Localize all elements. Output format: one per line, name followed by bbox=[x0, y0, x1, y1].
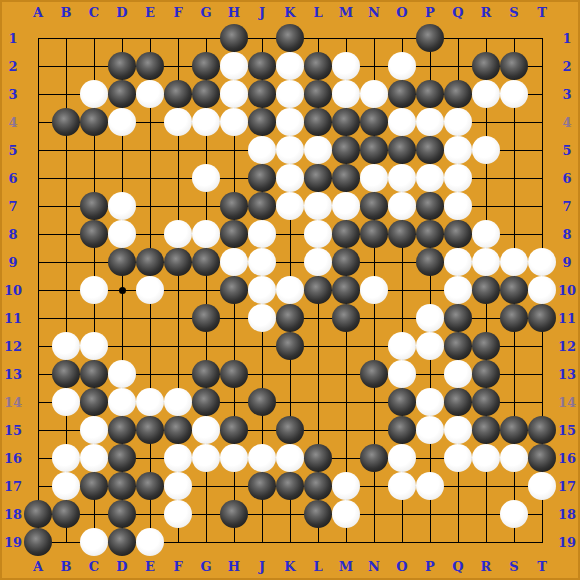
black-stone-Q8 bbox=[444, 220, 472, 248]
white-stone-O12 bbox=[388, 332, 416, 360]
row-label-left-19: 19 bbox=[4, 536, 22, 549]
row-label-right-8: 8 bbox=[562, 228, 571, 241]
col-label-top-A: A bbox=[33, 6, 43, 19]
white-stone-T9 bbox=[528, 248, 556, 276]
row-label-left-9: 9 bbox=[8, 256, 17, 269]
black-stone-O3 bbox=[388, 80, 416, 108]
col-label-bottom-M: M bbox=[339, 560, 353, 573]
white-stone-O6 bbox=[388, 164, 416, 192]
white-stone-B17 bbox=[52, 472, 80, 500]
black-stone-O5 bbox=[388, 136, 416, 164]
black-stone-F9 bbox=[164, 248, 192, 276]
white-stone-D8 bbox=[108, 220, 136, 248]
white-stone-P15 bbox=[416, 416, 444, 444]
col-label-top-F: F bbox=[173, 6, 182, 19]
col-label-top-B: B bbox=[61, 6, 72, 19]
white-stone-R16 bbox=[472, 444, 500, 472]
col-label-top-Q: Q bbox=[452, 6, 463, 19]
black-stone-Q11 bbox=[444, 304, 472, 332]
white-stone-O2 bbox=[388, 52, 416, 80]
white-stone-F18 bbox=[164, 500, 192, 528]
white-stone-P17 bbox=[416, 472, 444, 500]
col-label-bottom-C: C bbox=[89, 560, 99, 573]
white-stone-D13 bbox=[108, 360, 136, 388]
col-label-top-D: D bbox=[116, 6, 127, 19]
black-stone-E2 bbox=[136, 52, 164, 80]
black-stone-P1 bbox=[416, 24, 444, 52]
white-stone-M3 bbox=[332, 80, 360, 108]
row-label-left-3: 3 bbox=[8, 88, 17, 101]
black-stone-K15 bbox=[276, 416, 304, 444]
white-stone-F8 bbox=[164, 220, 192, 248]
col-label-bottom-D: D bbox=[116, 560, 127, 573]
row-label-right-12: 12 bbox=[558, 340, 576, 353]
row-label-right-6: 6 bbox=[562, 172, 571, 185]
white-stone-S16 bbox=[500, 444, 528, 472]
row-label-left-17: 17 bbox=[4, 480, 22, 493]
black-stone-Q14 bbox=[444, 388, 472, 416]
black-stone-A19 bbox=[24, 528, 52, 556]
white-stone-F17 bbox=[164, 472, 192, 500]
white-stone-O17 bbox=[388, 472, 416, 500]
black-stone-R12 bbox=[472, 332, 500, 360]
white-stone-K4 bbox=[276, 108, 304, 136]
black-stone-L2 bbox=[304, 52, 332, 80]
white-stone-T10 bbox=[528, 276, 556, 304]
white-stone-M17 bbox=[332, 472, 360, 500]
row-label-left-4: 4 bbox=[8, 116, 17, 129]
black-stone-J6 bbox=[248, 164, 276, 192]
black-stone-M9 bbox=[332, 248, 360, 276]
white-stone-R5 bbox=[472, 136, 500, 164]
row-label-right-17: 17 bbox=[558, 480, 576, 493]
white-stone-B14 bbox=[52, 388, 80, 416]
row-label-right-19: 19 bbox=[558, 536, 576, 549]
white-stone-D14 bbox=[108, 388, 136, 416]
black-stone-C7 bbox=[80, 192, 108, 220]
white-stone-O16 bbox=[388, 444, 416, 472]
white-stone-H2 bbox=[220, 52, 248, 80]
col-label-top-S: S bbox=[509, 6, 518, 19]
white-stone-S9 bbox=[500, 248, 528, 276]
black-stone-R13 bbox=[472, 360, 500, 388]
white-stone-Q6 bbox=[444, 164, 472, 192]
white-stone-P11 bbox=[416, 304, 444, 332]
black-stone-D19 bbox=[108, 528, 136, 556]
black-stone-C8 bbox=[80, 220, 108, 248]
row-label-right-1: 1 bbox=[562, 32, 571, 45]
col-label-bottom-P: P bbox=[425, 560, 435, 573]
white-stone-O7 bbox=[388, 192, 416, 220]
black-stone-A18 bbox=[24, 500, 52, 528]
row-label-left-7: 7 bbox=[8, 200, 17, 213]
row-label-right-18: 18 bbox=[558, 508, 576, 521]
black-stone-G3 bbox=[192, 80, 220, 108]
row-label-left-16: 16 bbox=[4, 452, 22, 465]
black-stone-H1 bbox=[220, 24, 248, 52]
col-label-top-P: P bbox=[425, 6, 435, 19]
col-label-bottom-K: K bbox=[284, 560, 295, 573]
col-label-top-L: L bbox=[313, 6, 322, 19]
black-stone-D16 bbox=[108, 444, 136, 472]
row-label-right-7: 7 bbox=[562, 200, 571, 213]
white-stone-P12 bbox=[416, 332, 444, 360]
white-stone-P14 bbox=[416, 388, 444, 416]
col-label-bottom-T: T bbox=[537, 560, 547, 573]
row-label-left-2: 2 bbox=[8, 60, 17, 73]
black-stone-M5 bbox=[332, 136, 360, 164]
white-stone-L8 bbox=[304, 220, 332, 248]
white-stone-C16 bbox=[80, 444, 108, 472]
white-stone-R8 bbox=[472, 220, 500, 248]
black-stone-N7 bbox=[360, 192, 388, 220]
col-label-top-E: E bbox=[145, 6, 155, 19]
black-stone-C13 bbox=[80, 360, 108, 388]
row-label-left-5: 5 bbox=[8, 144, 17, 157]
col-label-top-O: O bbox=[396, 6, 407, 19]
black-stone-G11 bbox=[192, 304, 220, 332]
white-stone-Q10 bbox=[444, 276, 472, 304]
white-stone-G6 bbox=[192, 164, 220, 192]
row-label-left-18: 18 bbox=[4, 508, 22, 521]
white-stone-Q7 bbox=[444, 192, 472, 220]
white-stone-L5 bbox=[304, 136, 332, 164]
row-label-left-6: 6 bbox=[8, 172, 17, 185]
white-stone-K10 bbox=[276, 276, 304, 304]
black-stone-E9 bbox=[136, 248, 164, 276]
black-stone-D3 bbox=[108, 80, 136, 108]
white-stone-M7 bbox=[332, 192, 360, 220]
black-stone-N4 bbox=[360, 108, 388, 136]
col-label-bottom-L: L bbox=[313, 560, 322, 573]
white-stone-D7 bbox=[108, 192, 136, 220]
row-label-right-10: 10 bbox=[558, 284, 576, 297]
black-stone-C17 bbox=[80, 472, 108, 500]
white-stone-B16 bbox=[52, 444, 80, 472]
col-label-bottom-B: B bbox=[61, 560, 72, 573]
white-stone-O4 bbox=[388, 108, 416, 136]
white-stone-H3 bbox=[220, 80, 248, 108]
black-stone-O8 bbox=[388, 220, 416, 248]
col-label-top-M: M bbox=[339, 6, 353, 19]
black-stone-R14 bbox=[472, 388, 500, 416]
black-stone-B18 bbox=[52, 500, 80, 528]
white-stone-B12 bbox=[52, 332, 80, 360]
black-stone-T15 bbox=[528, 416, 556, 444]
row-label-right-9: 9 bbox=[562, 256, 571, 269]
black-stone-B13 bbox=[52, 360, 80, 388]
black-stone-C4 bbox=[80, 108, 108, 136]
col-label-bottom-A: A bbox=[33, 560, 43, 573]
white-stone-E14 bbox=[136, 388, 164, 416]
col-label-top-C: C bbox=[89, 6, 99, 19]
col-label-top-N: N bbox=[368, 6, 380, 19]
white-stone-K16 bbox=[276, 444, 304, 472]
white-stone-G15 bbox=[192, 416, 220, 444]
black-stone-S10 bbox=[500, 276, 528, 304]
black-stone-J4 bbox=[248, 108, 276, 136]
white-stone-H16 bbox=[220, 444, 248, 472]
row-label-left-10: 10 bbox=[4, 284, 22, 297]
black-stone-G2 bbox=[192, 52, 220, 80]
col-label-top-R: R bbox=[481, 6, 492, 19]
white-stone-L7 bbox=[304, 192, 332, 220]
white-stone-N3 bbox=[360, 80, 388, 108]
white-stone-J11 bbox=[248, 304, 276, 332]
black-stone-R2 bbox=[472, 52, 500, 80]
white-stone-G16 bbox=[192, 444, 220, 472]
black-stone-K12 bbox=[276, 332, 304, 360]
white-stone-N6 bbox=[360, 164, 388, 192]
white-stone-F4 bbox=[164, 108, 192, 136]
white-stone-C10 bbox=[80, 276, 108, 304]
col-label-bottom-F: F bbox=[173, 560, 182, 573]
col-label-bottom-H: H bbox=[228, 560, 240, 573]
col-label-top-H: H bbox=[228, 6, 240, 19]
black-stone-G14 bbox=[192, 388, 220, 416]
row-label-right-11: 11 bbox=[558, 312, 576, 325]
white-stone-G8 bbox=[192, 220, 220, 248]
black-stone-J14 bbox=[248, 388, 276, 416]
col-label-top-J: J bbox=[259, 6, 265, 19]
row-label-left-11: 11 bbox=[4, 312, 22, 325]
black-stone-K11 bbox=[276, 304, 304, 332]
black-stone-B4 bbox=[52, 108, 80, 136]
black-stone-F15 bbox=[164, 416, 192, 444]
white-stone-Q9 bbox=[444, 248, 472, 276]
col-label-top-G: G bbox=[200, 6, 211, 19]
col-label-top-K: K bbox=[284, 6, 295, 19]
black-stone-C14 bbox=[80, 388, 108, 416]
col-label-bottom-N: N bbox=[368, 560, 380, 573]
black-stone-Q3 bbox=[444, 80, 472, 108]
white-stone-R3 bbox=[472, 80, 500, 108]
row-label-left-12: 12 bbox=[4, 340, 22, 353]
black-stone-H7 bbox=[220, 192, 248, 220]
white-stone-C15 bbox=[80, 416, 108, 444]
star-point-D10 bbox=[119, 287, 126, 294]
black-stone-H8 bbox=[220, 220, 248, 248]
col-label-bottom-R: R bbox=[481, 560, 492, 573]
row-label-right-14: 14 bbox=[558, 396, 576, 409]
white-stone-J16 bbox=[248, 444, 276, 472]
black-stone-J17 bbox=[248, 472, 276, 500]
white-stone-P4 bbox=[416, 108, 444, 136]
white-stone-Q15 bbox=[444, 416, 472, 444]
col-label-bottom-O: O bbox=[396, 560, 407, 573]
black-stone-P7 bbox=[416, 192, 444, 220]
white-stone-Q16 bbox=[444, 444, 472, 472]
white-stone-E10 bbox=[136, 276, 164, 304]
black-stone-P9 bbox=[416, 248, 444, 276]
black-stone-P5 bbox=[416, 136, 444, 164]
col-label-bottom-S: S bbox=[509, 560, 518, 573]
white-stone-K3 bbox=[276, 80, 304, 108]
black-stone-N16 bbox=[360, 444, 388, 472]
col-label-bottom-Q: Q bbox=[452, 560, 463, 573]
black-stone-S15 bbox=[500, 416, 528, 444]
col-label-top-T: T bbox=[537, 6, 547, 19]
white-stone-S18 bbox=[500, 500, 528, 528]
white-stone-S3 bbox=[500, 80, 528, 108]
white-stone-M2 bbox=[332, 52, 360, 80]
white-stone-R9 bbox=[472, 248, 500, 276]
white-stone-O13 bbox=[388, 360, 416, 388]
black-stone-R10 bbox=[472, 276, 500, 304]
white-stone-F14 bbox=[164, 388, 192, 416]
black-stone-L18 bbox=[304, 500, 332, 528]
white-stone-D4 bbox=[108, 108, 136, 136]
black-stone-L16 bbox=[304, 444, 332, 472]
black-stone-D18 bbox=[108, 500, 136, 528]
row-label-left-1: 1 bbox=[8, 32, 17, 45]
black-stone-L17 bbox=[304, 472, 332, 500]
white-stone-K6 bbox=[276, 164, 304, 192]
white-stone-Q13 bbox=[444, 360, 472, 388]
black-stone-J3 bbox=[248, 80, 276, 108]
black-stone-H10 bbox=[220, 276, 248, 304]
black-stone-K1 bbox=[276, 24, 304, 52]
white-stone-E3 bbox=[136, 80, 164, 108]
white-stone-K7 bbox=[276, 192, 304, 220]
black-stone-L4 bbox=[304, 108, 332, 136]
black-stone-T11 bbox=[528, 304, 556, 332]
black-stone-O15 bbox=[388, 416, 416, 444]
black-stone-L3 bbox=[304, 80, 332, 108]
row-label-right-16: 16 bbox=[558, 452, 576, 465]
white-stone-G4 bbox=[192, 108, 220, 136]
black-stone-O14 bbox=[388, 388, 416, 416]
white-stone-M18 bbox=[332, 500, 360, 528]
white-stone-K5 bbox=[276, 136, 304, 164]
white-stone-Q5 bbox=[444, 136, 472, 164]
white-stone-H9 bbox=[220, 248, 248, 276]
black-stone-M6 bbox=[332, 164, 360, 192]
white-stone-H4 bbox=[220, 108, 248, 136]
black-stone-M8 bbox=[332, 220, 360, 248]
black-stone-P3 bbox=[416, 80, 444, 108]
white-stone-J8 bbox=[248, 220, 276, 248]
white-stone-P6 bbox=[416, 164, 444, 192]
black-stone-N8 bbox=[360, 220, 388, 248]
black-stone-P8 bbox=[416, 220, 444, 248]
white-stone-K2 bbox=[276, 52, 304, 80]
black-stone-D17 bbox=[108, 472, 136, 500]
black-stone-M4 bbox=[332, 108, 360, 136]
row-label-right-15: 15 bbox=[558, 424, 576, 437]
col-label-bottom-J: J bbox=[259, 560, 265, 573]
black-stone-D15 bbox=[108, 416, 136, 444]
black-stone-N5 bbox=[360, 136, 388, 164]
black-stone-L10 bbox=[304, 276, 332, 304]
black-stone-T16 bbox=[528, 444, 556, 472]
row-label-left-15: 15 bbox=[4, 424, 22, 437]
black-stone-Q12 bbox=[444, 332, 472, 360]
black-stone-L6 bbox=[304, 164, 332, 192]
row-label-left-8: 8 bbox=[8, 228, 17, 241]
black-stone-K17 bbox=[276, 472, 304, 500]
black-stone-G13 bbox=[192, 360, 220, 388]
white-stone-C3 bbox=[80, 80, 108, 108]
black-stone-D2 bbox=[108, 52, 136, 80]
black-stone-F3 bbox=[164, 80, 192, 108]
black-stone-N13 bbox=[360, 360, 388, 388]
white-stone-C19 bbox=[80, 528, 108, 556]
white-stone-J10 bbox=[248, 276, 276, 304]
white-stone-J5 bbox=[248, 136, 276, 164]
col-label-bottom-G: G bbox=[200, 560, 211, 573]
white-stone-C12 bbox=[80, 332, 108, 360]
black-stone-H15 bbox=[220, 416, 248, 444]
row-label-right-13: 13 bbox=[558, 368, 576, 381]
black-stone-S2 bbox=[500, 52, 528, 80]
black-stone-J2 bbox=[248, 52, 276, 80]
black-stone-G9 bbox=[192, 248, 220, 276]
black-stone-E17 bbox=[136, 472, 164, 500]
black-stone-J7 bbox=[248, 192, 276, 220]
black-stone-M11 bbox=[332, 304, 360, 332]
white-stone-F16 bbox=[164, 444, 192, 472]
white-stone-L9 bbox=[304, 248, 332, 276]
row-label-left-14: 14 bbox=[4, 396, 22, 409]
white-stone-Q4 bbox=[444, 108, 472, 136]
go-diagram: { "game": "go", "board": { "size": 19, "… bbox=[0, 0, 580, 580]
col-label-bottom-E: E bbox=[145, 560, 155, 573]
black-stone-M10 bbox=[332, 276, 360, 304]
black-stone-D9 bbox=[108, 248, 136, 276]
row-label-right-3: 3 bbox=[562, 88, 571, 101]
white-stone-J9 bbox=[248, 248, 276, 276]
black-stone-H13 bbox=[220, 360, 248, 388]
row-label-right-5: 5 bbox=[562, 144, 571, 157]
row-label-right-4: 4 bbox=[562, 116, 571, 129]
black-stone-E15 bbox=[136, 416, 164, 444]
row-label-left-13: 13 bbox=[4, 368, 22, 381]
black-stone-S11 bbox=[500, 304, 528, 332]
black-stone-R15 bbox=[472, 416, 500, 444]
white-stone-N10 bbox=[360, 276, 388, 304]
white-stone-T17 bbox=[528, 472, 556, 500]
black-stone-H18 bbox=[220, 500, 248, 528]
row-label-right-2: 2 bbox=[562, 60, 571, 73]
white-stone-E19 bbox=[136, 528, 164, 556]
